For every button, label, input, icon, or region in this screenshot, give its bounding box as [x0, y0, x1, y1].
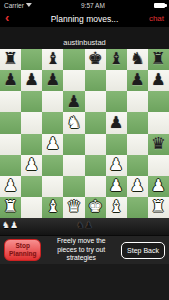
page-title: Planning moves...	[0, 14, 169, 24]
square-g2[interactable]: ♟	[127, 176, 148, 197]
black-rook[interactable]: ♜	[3, 51, 18, 68]
square-c6[interactable]	[42, 91, 63, 112]
square-d6[interactable]: ♟	[63, 91, 84, 112]
square-f3[interactable]: ♟	[106, 155, 127, 176]
square-a8[interactable]: ♜	[0, 49, 21, 70]
nav-bar: ‹ Planning moves... chat	[0, 10, 169, 27]
square-b5[interactable]	[21, 112, 42, 133]
bottom-filler	[0, 264, 169, 300]
square-d3[interactable]	[63, 155, 84, 176]
opponent-name: austinbustad	[0, 27, 169, 49]
captured-white-knight: ♞	[2, 219, 10, 231]
square-d4[interactable]	[63, 134, 84, 155]
black-pawn[interactable]: ♟	[24, 72, 39, 89]
carrier-label: Carrier	[4, 2, 24, 9]
square-g3[interactable]	[127, 155, 148, 176]
square-h6[interactable]	[148, 91, 169, 112]
white-rook[interactable]: ♜	[3, 199, 18, 216]
wifi-icon	[26, 3, 32, 7]
square-g4[interactable]	[127, 134, 148, 155]
black-bishop[interactable]: ♝	[45, 51, 60, 68]
square-b3[interactable]: ♟	[21, 155, 42, 176]
square-f1[interactable]: ♝	[106, 197, 127, 218]
square-f4[interactable]	[106, 134, 127, 155]
chat-button[interactable]: chat	[149, 14, 164, 23]
black-pawn[interactable]: ♟	[3, 72, 18, 89]
stop-planning-line1: Stop	[16, 242, 30, 249]
square-a6[interactable]	[0, 91, 21, 112]
black-knight[interactable]: ♞	[130, 51, 145, 68]
square-g5[interactable]	[127, 112, 148, 133]
square-e3[interactable]	[85, 155, 106, 176]
square-d1[interactable]: ♛	[63, 197, 84, 218]
black-pawn[interactable]: ♟	[130, 72, 145, 89]
square-d8[interactable]	[63, 49, 84, 70]
black-pawn[interactable]: ♟	[109, 115, 124, 132]
white-pawn[interactable]: ♟	[109, 178, 124, 195]
clock-label: 9:57 AM	[81, 2, 105, 9]
square-f6[interactable]	[106, 91, 127, 112]
white-bishop[interactable]: ♝	[45, 199, 60, 216]
square-g6[interactable]	[127, 91, 148, 112]
app-window: Carrier 9:57 AM ‹ Planning moves... chat…	[0, 0, 169, 300]
status-bar: Carrier 9:57 AM	[0, 0, 169, 10]
black-rook[interactable]: ♜	[151, 51, 166, 68]
square-a7[interactable]: ♟	[0, 70, 21, 91]
black-pawn[interactable]: ♟	[67, 94, 82, 111]
white-rook[interactable]: ♜	[151, 199, 166, 216]
black-queen[interactable]: ♛	[151, 136, 166, 153]
square-a3[interactable]	[0, 155, 21, 176]
square-c2[interactable]	[42, 176, 63, 197]
square-f5[interactable]: ♟	[106, 112, 127, 133]
black-bishop[interactable]: ♝	[109, 51, 124, 68]
black-king[interactable]: ♚	[88, 51, 103, 68]
white-king[interactable]: ♚	[88, 199, 103, 216]
square-h1[interactable]: ♜	[148, 197, 169, 218]
square-h3[interactable]	[148, 155, 169, 176]
square-h2[interactable]: ♟	[148, 176, 169, 197]
white-pawn[interactable]: ♟	[3, 178, 18, 195]
stop-planning-line2: Planning	[9, 250, 36, 257]
black-pawn[interactable]: ♟	[45, 72, 60, 89]
captured-white-pawn: ♟	[10, 219, 18, 231]
square-a5[interactable]	[0, 112, 21, 133]
captured-black-knight: ♞	[76, 219, 84, 231]
square-b7[interactable]: ♟	[21, 70, 42, 91]
white-bishop[interactable]: ♝	[109, 199, 124, 216]
square-d2[interactable]	[63, 176, 84, 197]
square-c3[interactable]	[42, 155, 63, 176]
captured-tray-black: ♞♟	[76, 219, 92, 231]
square-b6[interactable]	[21, 91, 42, 112]
white-pawn[interactable]: ♟	[45, 136, 60, 153]
white-pawn[interactable]: ♟	[24, 157, 39, 174]
square-e5[interactable]	[85, 112, 106, 133]
white-pawn[interactable]: ♟	[151, 178, 166, 195]
square-e4[interactable]	[85, 134, 106, 155]
square-e7[interactable]	[85, 70, 106, 91]
hint-text: Freely move the pieces to try out strate…	[44, 237, 118, 263]
square-h7[interactable]: ♟	[148, 70, 169, 91]
white-pawn[interactable]: ♟	[109, 157, 124, 174]
square-a1[interactable]: ♜	[0, 197, 21, 218]
square-d5[interactable]: ♞	[63, 112, 84, 133]
square-g8[interactable]: ♞	[127, 49, 148, 70]
square-c1[interactable]: ♝	[42, 197, 63, 218]
square-a4[interactable]	[0, 134, 21, 155]
square-c4[interactable]: ♟	[42, 134, 63, 155]
square-h5[interactable]	[148, 112, 169, 133]
stop-planning-button[interactable]: Stop Planning	[4, 239, 41, 261]
square-c7[interactable]: ♟	[42, 70, 63, 91]
square-b1[interactable]	[21, 197, 42, 218]
square-g1[interactable]	[127, 197, 148, 218]
square-c8[interactable]: ♝	[42, 49, 63, 70]
square-f8[interactable]: ♝	[106, 49, 127, 70]
captured-pieces-strip: ♞♟ ♞♟	[0, 218, 169, 235]
square-e6[interactable]	[85, 91, 106, 112]
white-knight[interactable]: ♞	[67, 115, 82, 132]
white-pawn[interactable]: ♟	[130, 178, 145, 195]
step-back-button[interactable]: Step Back	[121, 242, 165, 259]
square-g7[interactable]: ♟	[127, 70, 148, 91]
white-queen[interactable]: ♛	[67, 199, 82, 216]
square-f7[interactable]	[106, 70, 127, 91]
chess-board[interactable]: ♜♝♚♝♞♜♟♟♟♟♟♟♞♟♟♛♟♟♟♟♟♟♜♝♛♚♝♜	[0, 49, 169, 218]
square-e1[interactable]: ♚	[85, 197, 106, 218]
square-c5[interactable]	[42, 112, 63, 133]
captured-black-pawn: ♟	[85, 219, 93, 231]
square-a2[interactable]: ♟	[0, 176, 21, 197]
square-e8[interactable]: ♚	[85, 49, 106, 70]
black-pawn[interactable]: ♟	[151, 72, 166, 89]
captured-tray-white: ♞♟	[2, 219, 18, 231]
square-e2[interactable]	[85, 176, 106, 197]
square-b8[interactable]	[21, 49, 42, 70]
square-b2[interactable]	[21, 176, 42, 197]
square-h8[interactable]: ♜	[148, 49, 169, 70]
back-chevron-icon[interactable]: ‹	[5, 10, 9, 25]
battery-icon	[154, 3, 165, 8]
square-b4[interactable]	[21, 134, 42, 155]
footer-toolbar: Stop Planning Freely move the pieces to …	[0, 235, 169, 264]
square-h4[interactable]: ♛	[148, 134, 169, 155]
square-f2[interactable]: ♟	[106, 176, 127, 197]
square-d7[interactable]	[63, 70, 84, 91]
